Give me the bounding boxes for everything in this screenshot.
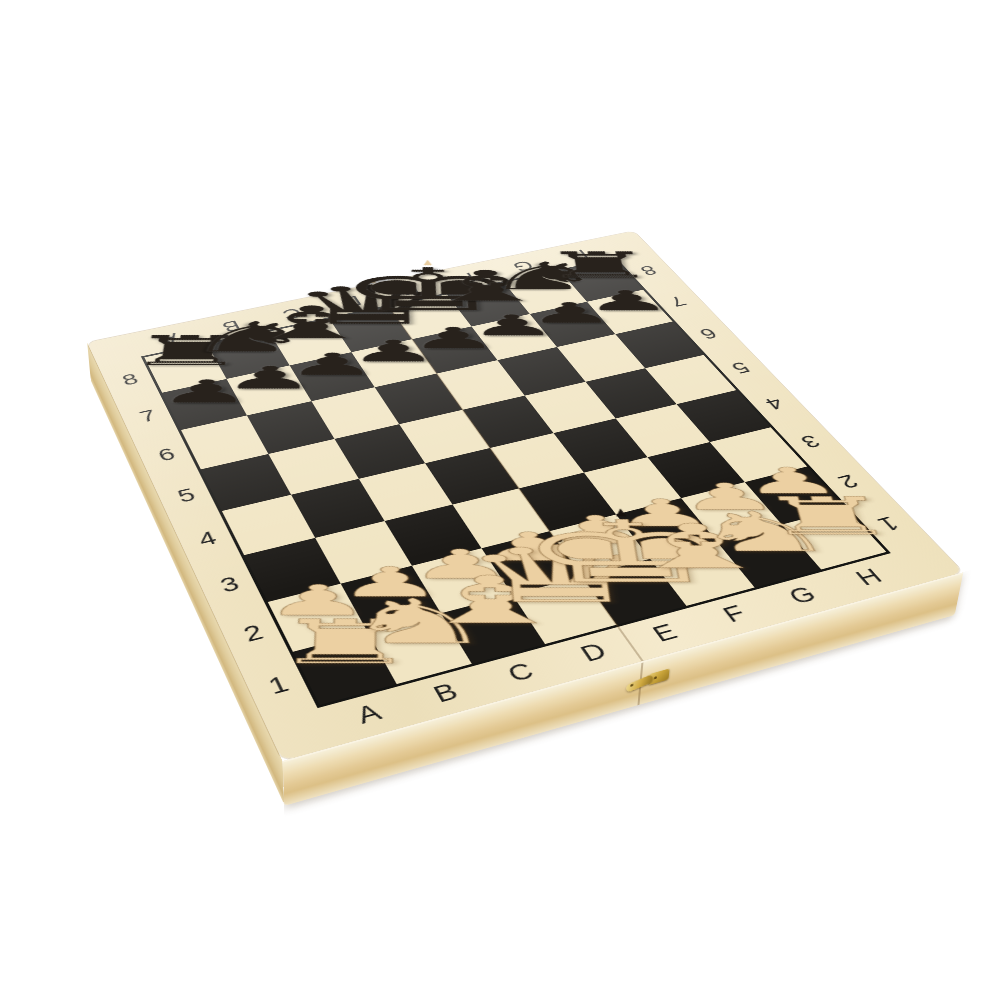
square-a5 bbox=[201, 454, 291, 511]
product-photo-scene: AABBCCDDEEFFGGHH1122334455667788 ♜♞♝♛♚♝♞… bbox=[0, 0, 1000, 1000]
square-b4 bbox=[291, 479, 384, 538]
square-e1 bbox=[582, 559, 686, 625]
finial-spike-e8 bbox=[423, 260, 432, 266]
brass-clasp bbox=[625, 664, 672, 699]
square-a2 bbox=[268, 584, 368, 652]
square-b1 bbox=[368, 613, 472, 684]
square-a1 bbox=[293, 632, 397, 705]
square-d1 bbox=[512, 577, 616, 644]
square-b3 bbox=[315, 521, 412, 584]
square-c4 bbox=[359, 463, 453, 521]
square-d4 bbox=[425, 448, 519, 505]
square-b2 bbox=[341, 566, 441, 633]
black-pawn-glyph: ♟ bbox=[87, 376, 322, 408]
finial-ball-d1 bbox=[550, 538, 562, 542]
finial-ball-d8 bbox=[366, 280, 376, 283]
square-a3 bbox=[244, 538, 341, 602]
square-c1 bbox=[441, 595, 545, 664]
finial-spike-e1 bbox=[615, 508, 627, 516]
square-c2 bbox=[412, 548, 512, 613]
clasp-hasp bbox=[626, 674, 653, 693]
square-a4 bbox=[222, 495, 315, 555]
square-f1 bbox=[650, 541, 754, 605]
